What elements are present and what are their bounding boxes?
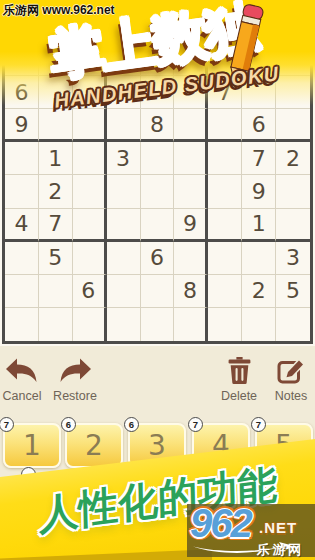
cell-r6c9[interactable] — [276, 209, 310, 242]
cell-r9c3[interactable] — [73, 308, 107, 341]
cell-r7c6[interactable] — [174, 242, 208, 275]
trash-icon — [228, 357, 251, 384]
site-logo-number: 962 — [190, 498, 251, 548]
cell-r7c4[interactable] — [107, 242, 141, 275]
cell-r6c8[interactable]: 1 — [242, 209, 276, 242]
cell-r5c4[interactable] — [107, 175, 141, 208]
cell-r6c4[interactable] — [107, 209, 141, 242]
cell-r4c2[interactable]: 1 — [39, 142, 73, 175]
cell-r5c6[interactable] — [174, 175, 208, 208]
cell-r8c3[interactable]: 6 — [73, 275, 107, 308]
cell-r7c8[interactable] — [242, 242, 276, 275]
cell-r7c1[interactable] — [5, 242, 39, 275]
cell-r6c6[interactable]: 9 — [174, 209, 208, 242]
undo-icon — [5, 357, 39, 384]
cell-r5c5[interactable] — [141, 175, 175, 208]
cell-r9c2[interactable] — [39, 308, 73, 341]
numpad-key-1[interactable]: 71 — [3, 423, 61, 468]
cell-r8c1[interactable] — [5, 275, 39, 308]
cell-r8c4[interactable] — [107, 275, 141, 308]
key-count-badge: 7 — [251, 417, 266, 432]
cell-r6c7[interactable] — [208, 209, 242, 242]
cancel-label: Cancel — [0, 389, 46, 403]
cell-r8c7[interactable] — [208, 275, 242, 308]
app-screen: 6798613722947915636825 掌上数独 HANDHELD SUD… — [0, 0, 315, 560]
restore-button[interactable]: Restore — [51, 357, 99, 403]
cell-r9c6[interactable] — [174, 308, 208, 341]
cell-r4c7[interactable] — [208, 142, 242, 175]
key-count-badge: 6 — [61, 417, 76, 432]
notes-label: Notes — [267, 389, 315, 403]
watermark-text: 乐游网 www.962.net — [3, 2, 115, 19]
cell-r4c4[interactable]: 3 — [107, 142, 141, 175]
cell-r3c8[interactable]: 6 — [242, 109, 276, 142]
restore-label: Restore — [51, 389, 99, 403]
cell-r6c1[interactable]: 4 — [5, 209, 39, 242]
cell-r7c9[interactable]: 3 — [276, 242, 310, 275]
cell-r4c8[interactable]: 7 — [242, 142, 276, 175]
cell-r4c9[interactable]: 2 — [276, 142, 310, 175]
cell-r5c1[interactable] — [5, 175, 39, 208]
game-logo: 掌上数独 HANDHELD SUDOKU — [40, 4, 280, 106]
cell-r4c5[interactable] — [141, 142, 175, 175]
delete-button[interactable]: Delete — [215, 357, 263, 403]
cell-r8c8[interactable]: 2 — [242, 275, 276, 308]
redo-icon — [58, 357, 92, 384]
cell-r5c9[interactable] — [276, 175, 310, 208]
cell-r5c2[interactable]: 2 — [39, 175, 73, 208]
cell-r6c5[interactable] — [141, 209, 175, 242]
cell-r9c8[interactable] — [242, 308, 276, 341]
site-logo-name: 乐游网 — [257, 541, 304, 559]
cell-r8c6[interactable]: 8 — [174, 275, 208, 308]
key-digit: 2 — [67, 425, 121, 466]
key-count-badge: 7 — [188, 417, 203, 432]
notes-pencil-icon — [277, 357, 305, 384]
cell-r9c5[interactable] — [141, 308, 175, 341]
cell-r9c7[interactable] — [208, 308, 242, 341]
site-logo-tld: .NET — [259, 519, 297, 536]
cell-r3c5[interactable]: 8 — [141, 109, 175, 142]
cell-r7c7[interactable] — [208, 242, 242, 275]
cell-r5c7[interactable] — [208, 175, 242, 208]
key-count-badge: 6 — [124, 417, 139, 432]
cell-r3c6[interactable] — [174, 109, 208, 142]
cell-r4c1[interactable] — [5, 142, 39, 175]
cell-r8c2[interactable] — [39, 275, 73, 308]
cell-r3c4[interactable] — [107, 109, 141, 142]
cell-r8c5[interactable] — [141, 275, 175, 308]
cell-r6c3[interactable] — [73, 209, 107, 242]
key-digit: 1 — [5, 425, 59, 466]
cell-r3c3[interactable] — [73, 109, 107, 142]
cell-r3c7[interactable] — [208, 109, 242, 142]
cell-r6c2[interactable]: 7 — [39, 209, 73, 242]
delete-label: Delete — [215, 389, 263, 403]
cell-r7c3[interactable] — [73, 242, 107, 275]
cell-r5c3[interactable] — [73, 175, 107, 208]
cell-r3c9[interactable] — [276, 109, 310, 142]
cell-r9c4[interactable] — [107, 308, 141, 341]
notes-button[interactable]: Notes — [267, 357, 315, 403]
site-logo: 962 .NET 乐游网 — [187, 504, 315, 557]
cell-r5c8[interactable]: 9 — [242, 175, 276, 208]
cell-r4c3[interactable] — [73, 142, 107, 175]
cell-r7c2[interactable]: 5 — [39, 242, 73, 275]
numpad-key-2[interactable]: 62 — [65, 423, 123, 468]
cancel-button[interactable]: Cancel — [0, 357, 46, 403]
banner-dark-streak — [0, 549, 212, 560]
cell-r7c5[interactable]: 6 — [141, 242, 175, 275]
cell-r9c9[interactable] — [276, 308, 310, 341]
cell-r9c1[interactable] — [5, 308, 39, 341]
cell-r1c1[interactable] — [5, 43, 39, 76]
cell-r4c6[interactable] — [174, 142, 208, 175]
cell-r8c9[interactable]: 5 — [276, 275, 310, 308]
